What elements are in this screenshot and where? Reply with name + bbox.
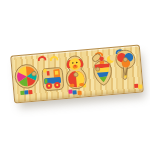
balloon-knot xyxy=(125,75,127,77)
train-piece[interactable] xyxy=(37,52,67,100)
photo-background xyxy=(0,0,150,150)
ball-knob[interactable] xyxy=(32,71,37,76)
top-cap xyxy=(99,61,104,64)
slot-top[interactable] xyxy=(88,48,118,96)
train-window xyxy=(54,71,58,75)
slot-puppy[interactable] xyxy=(62,50,92,98)
slot-ball[interactable] xyxy=(11,54,41,102)
balloons-piece[interactable] xyxy=(113,46,143,94)
top-knob[interactable] xyxy=(95,67,99,71)
slot-train[interactable] xyxy=(37,52,67,100)
train-front xyxy=(44,79,47,84)
balloons-knob[interactable] xyxy=(123,57,127,62)
train-chimney xyxy=(46,71,49,76)
ball-piece[interactable] xyxy=(11,54,41,102)
top-piece[interactable] xyxy=(88,48,118,96)
slot-grid xyxy=(11,46,143,103)
puppy-piece[interactable] xyxy=(62,50,92,98)
puzzle-board xyxy=(10,44,144,103)
slot-balloons[interactable] xyxy=(113,46,143,94)
puppy-knob[interactable] xyxy=(74,72,79,77)
